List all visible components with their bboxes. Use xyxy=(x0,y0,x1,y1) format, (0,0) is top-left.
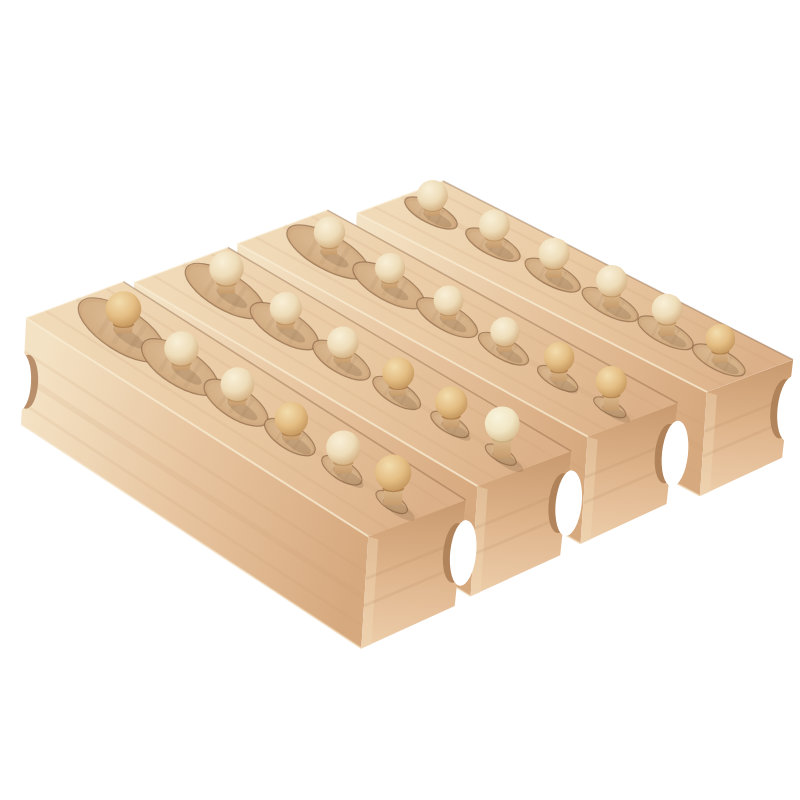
knob-ball xyxy=(706,324,736,354)
knob-ball xyxy=(490,317,519,346)
cylinder-blocks-scene xyxy=(0,0,800,800)
knob-ball xyxy=(275,402,308,435)
knob-ball xyxy=(382,357,414,389)
knob-ball xyxy=(652,294,683,325)
knob-ball xyxy=(596,265,627,296)
product-photo-stage xyxy=(0,0,800,800)
knob-ball xyxy=(327,326,359,358)
knob-ball xyxy=(326,430,360,464)
knob-ball xyxy=(417,180,448,211)
knob-ball xyxy=(485,407,520,442)
knob-ball xyxy=(479,210,510,241)
knob-ball xyxy=(270,292,302,324)
knob-ball xyxy=(375,253,405,283)
knob-ball xyxy=(221,367,255,401)
knob-ball xyxy=(164,331,198,365)
cylinder-blocks-svg xyxy=(0,0,800,800)
knob-ball xyxy=(435,386,467,418)
knob-ball xyxy=(596,366,627,397)
knob-ball xyxy=(539,238,570,269)
knob-ball xyxy=(314,217,345,248)
knob-ball xyxy=(434,286,464,316)
knob-ball xyxy=(209,251,243,285)
knob-ball xyxy=(106,291,142,327)
knob-ball xyxy=(375,455,411,491)
knob-ball xyxy=(544,342,574,372)
